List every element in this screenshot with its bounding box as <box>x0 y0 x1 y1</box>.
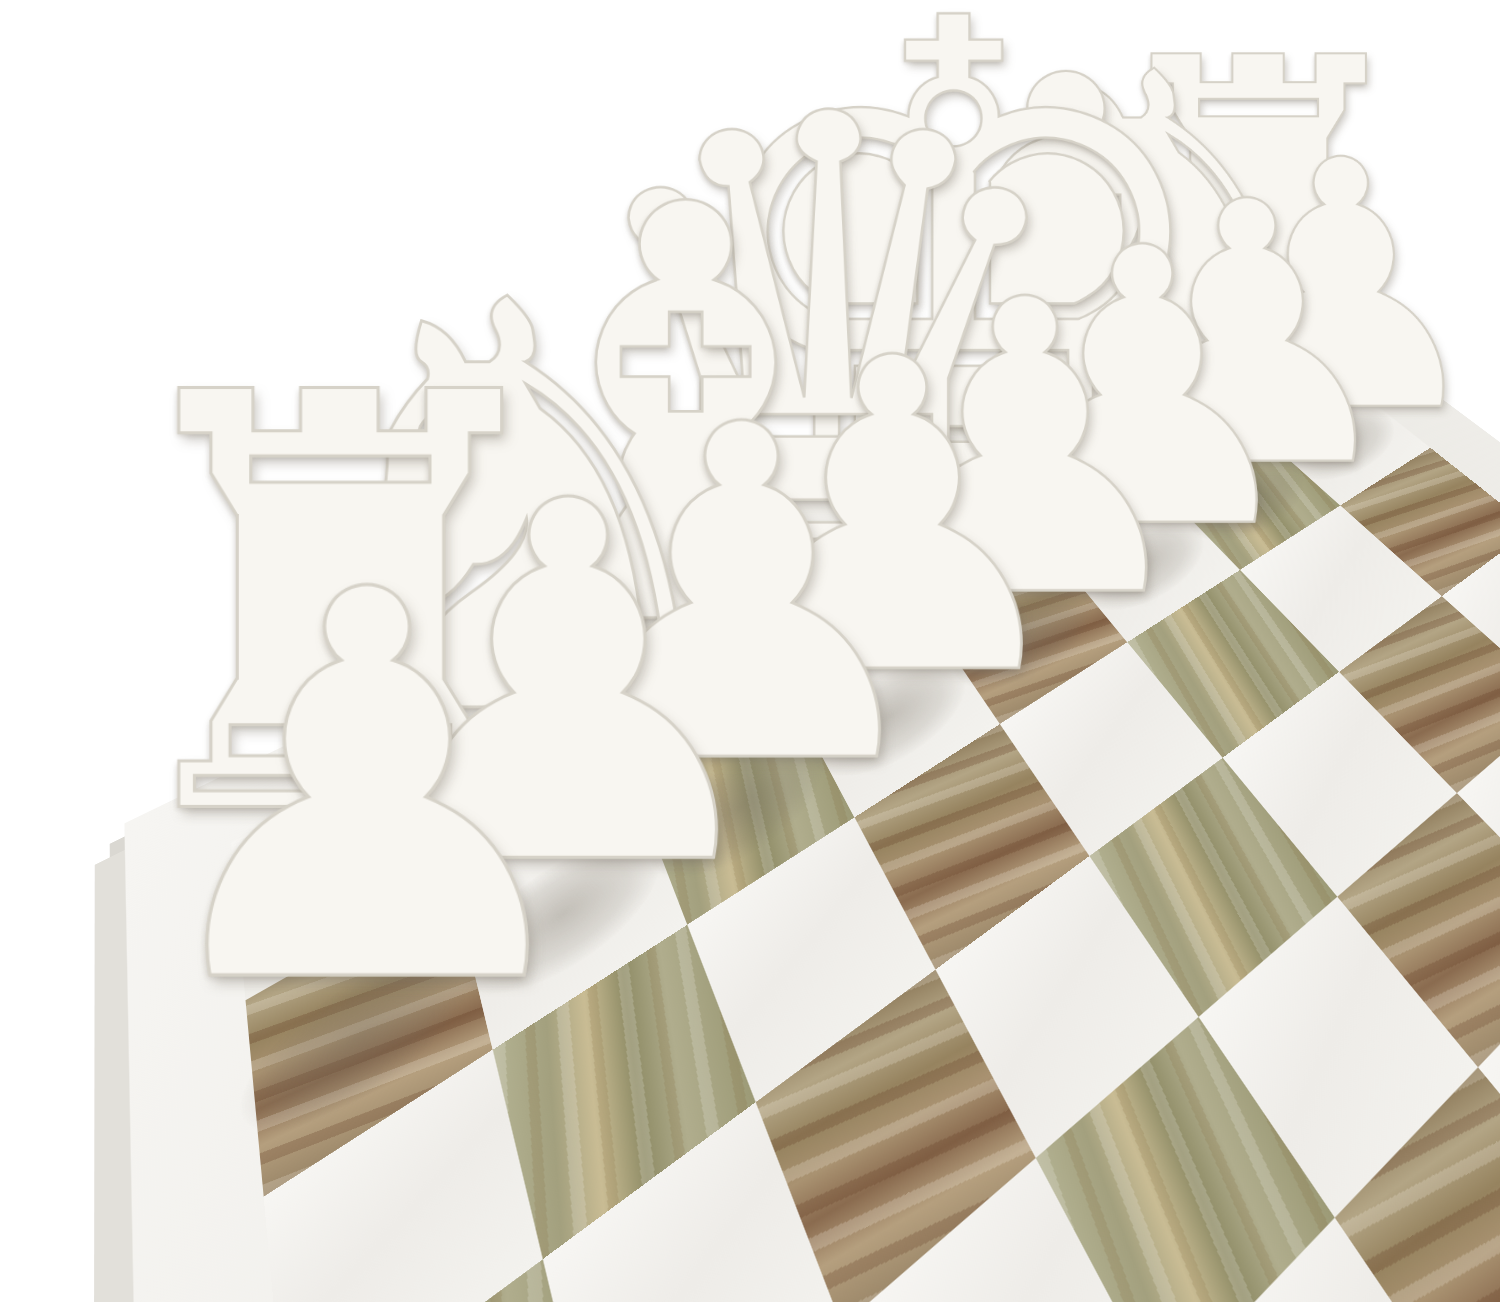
photo-scene: ♜♞♝♛♚♝♞♜♟♟♟♟♟♟♟♟ <box>0 0 1500 1302</box>
white-pawn-glyph: ♟ <box>128 536 607 1044</box>
chessboard: ♜♞♝♛♚♝♞♜♟♟♟♟♟♟♟♟ <box>124 269 1500 1302</box>
board-grid: ♜♞♝♛♚♝♞♜♟♟♟♟♟♟♟♟ <box>231 316 1500 1302</box>
